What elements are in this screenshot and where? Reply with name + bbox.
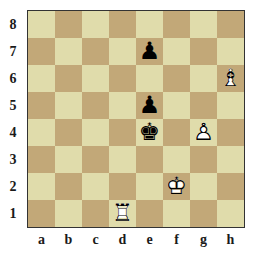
square-f4[interactable]: [163, 119, 190, 146]
square-b1[interactable]: [55, 200, 82, 227]
square-c2[interactable]: [82, 173, 109, 200]
square-c3[interactable]: [82, 146, 109, 173]
piece-white-king: ♚♔: [163, 173, 190, 200]
file-label-d: d: [109, 229, 136, 251]
square-f6[interactable]: [163, 65, 190, 92]
square-h4[interactable]: [217, 119, 244, 146]
square-b4[interactable]: [55, 119, 82, 146]
square-d8[interactable]: [109, 11, 136, 38]
square-a7[interactable]: [28, 38, 55, 65]
square-d2[interactable]: [109, 173, 136, 200]
square-c4[interactable]: [82, 119, 109, 146]
square-b7[interactable]: [55, 38, 82, 65]
rank-label-7: 7: [0, 38, 26, 65]
square-e3[interactable]: [136, 146, 163, 173]
square-c7[interactable]: [82, 38, 109, 65]
square-a8[interactable]: [28, 11, 55, 38]
rank-labels: 87654321: [0, 11, 26, 227]
square-f3[interactable]: [163, 146, 190, 173]
square-h5[interactable]: [217, 92, 244, 119]
square-h3[interactable]: [217, 146, 244, 173]
square-a5[interactable]: [28, 92, 55, 119]
square-c5[interactable]: [82, 92, 109, 119]
file-label-c: c: [82, 229, 109, 251]
rank-label-1: 1: [0, 200, 26, 227]
rank-label-2: 2: [0, 173, 26, 200]
square-d4[interactable]: [109, 119, 136, 146]
square-a6[interactable]: [28, 65, 55, 92]
square-g6[interactable]: [190, 65, 217, 92]
piece-white-bishop: ♝♗: [217, 65, 244, 92]
square-g1[interactable]: [190, 200, 217, 227]
chess-board: ♟♝♗♟♚♟♙♚♔♜♖: [27, 10, 245, 228]
square-c8[interactable]: [82, 11, 109, 38]
square-g8[interactable]: [190, 11, 217, 38]
square-b5[interactable]: [55, 92, 82, 119]
square-e8[interactable]: [136, 11, 163, 38]
square-h1[interactable]: [217, 200, 244, 227]
square-e4[interactable]: ♚: [136, 119, 163, 146]
square-b8[interactable]: [55, 11, 82, 38]
square-e6[interactable]: [136, 65, 163, 92]
square-d5[interactable]: [109, 92, 136, 119]
square-f1[interactable]: [163, 200, 190, 227]
file-label-g: g: [190, 229, 217, 251]
piece-white-rook: ♜♖: [109, 200, 136, 227]
square-b3[interactable]: [55, 146, 82, 173]
rank-label-4: 4: [0, 119, 26, 146]
square-a2[interactable]: [28, 173, 55, 200]
square-d7[interactable]: [109, 38, 136, 65]
square-h6[interactable]: ♝♗: [217, 65, 244, 92]
square-e1[interactable]: [136, 200, 163, 227]
rank-label-8: 8: [0, 11, 26, 38]
square-d3[interactable]: [109, 146, 136, 173]
piece-black-king: ♚: [136, 119, 163, 146]
square-e7[interactable]: ♟: [136, 38, 163, 65]
file-label-e: e: [136, 229, 163, 251]
square-g3[interactable]: [190, 146, 217, 173]
square-g4[interactable]: ♟♙: [190, 119, 217, 146]
rank-label-5: 5: [0, 92, 26, 119]
square-g7[interactable]: [190, 38, 217, 65]
square-b2[interactable]: [55, 173, 82, 200]
piece-white-pawn: ♟♙: [190, 119, 217, 146]
file-label-a: a: [28, 229, 55, 251]
file-label-f: f: [163, 229, 190, 251]
square-a3[interactable]: [28, 146, 55, 173]
square-c6[interactable]: [82, 65, 109, 92]
square-a1[interactable]: [28, 200, 55, 227]
square-h8[interactable]: [217, 11, 244, 38]
square-d1[interactable]: ♜♖: [109, 200, 136, 227]
square-f8[interactable]: [163, 11, 190, 38]
rank-label-3: 3: [0, 146, 26, 173]
square-f5[interactable]: [163, 92, 190, 119]
square-h2[interactable]: [217, 173, 244, 200]
rank-label-6: 6: [0, 65, 26, 92]
square-c1[interactable]: [82, 200, 109, 227]
square-g2[interactable]: [190, 173, 217, 200]
square-b6[interactable]: [55, 65, 82, 92]
square-g5[interactable]: [190, 92, 217, 119]
piece-black-pawn: ♟: [136, 92, 163, 119]
piece-black-pawn: ♟: [136, 38, 163, 65]
file-label-b: b: [55, 229, 82, 251]
square-a4[interactable]: [28, 119, 55, 146]
square-h7[interactable]: [217, 38, 244, 65]
square-f2[interactable]: ♚♔: [163, 173, 190, 200]
square-d6[interactable]: [109, 65, 136, 92]
file-labels: abcdefgh: [28, 229, 244, 251]
square-e5[interactable]: ♟: [136, 92, 163, 119]
square-e2[interactable]: [136, 173, 163, 200]
square-f7[interactable]: [163, 38, 190, 65]
file-label-h: h: [217, 229, 244, 251]
